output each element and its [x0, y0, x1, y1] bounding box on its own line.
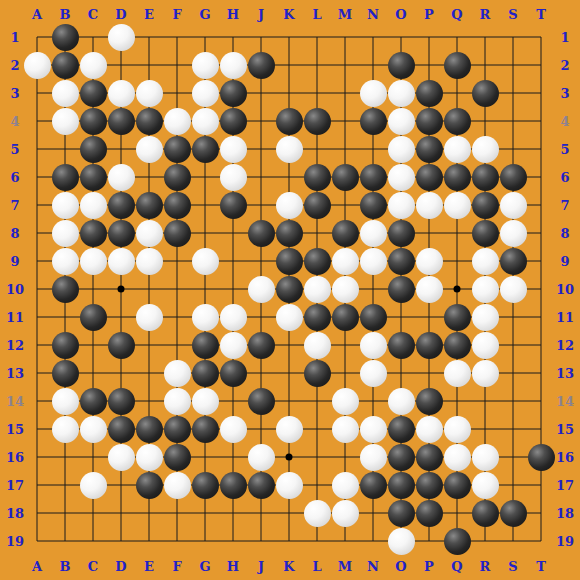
white-stone [136, 304, 163, 331]
white-stone [500, 220, 527, 247]
col-label-bottom: S [508, 560, 517, 573]
row-label-right: 8 [560, 227, 569, 240]
black-stone [52, 24, 79, 51]
white-stone [276, 304, 303, 331]
black-stone [388, 472, 415, 499]
black-stone [360, 192, 387, 219]
col-label-bottom: G [199, 560, 210, 573]
white-stone [108, 444, 135, 471]
white-stone [52, 416, 79, 443]
white-stone [24, 52, 51, 79]
white-stone [416, 248, 443, 275]
row-label-left: 19 [6, 535, 24, 548]
white-stone [80, 416, 107, 443]
black-stone [416, 500, 443, 527]
black-stone [164, 192, 191, 219]
black-stone [360, 304, 387, 331]
white-stone [136, 248, 163, 275]
black-stone [192, 332, 219, 359]
black-stone [192, 136, 219, 163]
white-stone [360, 332, 387, 359]
black-stone [416, 388, 443, 415]
col-label-top: H [227, 8, 239, 21]
col-label-top: D [115, 8, 126, 21]
black-stone [52, 276, 79, 303]
black-stone [248, 220, 275, 247]
black-stone [444, 332, 471, 359]
black-stone [304, 248, 331, 275]
black-stone [444, 164, 471, 191]
black-stone [444, 472, 471, 499]
black-stone [52, 164, 79, 191]
black-stone [388, 220, 415, 247]
white-stone [472, 472, 499, 499]
black-stone [304, 108, 331, 135]
white-stone [472, 360, 499, 387]
white-stone [136, 444, 163, 471]
black-stone [164, 416, 191, 443]
white-stone [472, 304, 499, 331]
white-stone [332, 248, 359, 275]
black-stone [388, 52, 415, 79]
row-label-left: 8 [10, 227, 19, 240]
white-stone [220, 416, 247, 443]
black-stone [528, 444, 555, 471]
black-stone [220, 108, 247, 135]
black-stone [248, 388, 275, 415]
row-label-right: 19 [556, 535, 574, 548]
col-label-top: B [60, 8, 71, 21]
white-stone [220, 164, 247, 191]
black-stone [136, 416, 163, 443]
black-stone [108, 388, 135, 415]
col-label-bottom: F [172, 560, 181, 573]
white-stone [472, 444, 499, 471]
white-stone [276, 416, 303, 443]
black-stone [360, 164, 387, 191]
black-stone [52, 360, 79, 387]
white-stone [276, 136, 303, 163]
black-stone [500, 500, 527, 527]
black-stone [192, 360, 219, 387]
row-label-right: 5 [560, 143, 569, 156]
black-stone [304, 304, 331, 331]
white-stone [108, 164, 135, 191]
row-label-right: 9 [560, 255, 569, 268]
black-stone [444, 528, 471, 555]
row-label-left: 5 [10, 143, 19, 156]
black-stone [416, 472, 443, 499]
row-label-left: 2 [10, 59, 19, 72]
row-label-left: 4 [10, 115, 19, 128]
black-stone [192, 472, 219, 499]
black-stone [220, 472, 247, 499]
row-label-left: 7 [10, 199, 19, 212]
col-label-bottom: K [283, 560, 294, 573]
black-stone [80, 388, 107, 415]
black-stone [500, 164, 527, 191]
black-stone [220, 360, 247, 387]
white-stone [360, 220, 387, 247]
white-stone [192, 304, 219, 331]
white-stone [164, 108, 191, 135]
black-stone [276, 220, 303, 247]
black-stone [416, 444, 443, 471]
black-stone [108, 416, 135, 443]
black-stone [416, 136, 443, 163]
row-label-left: 17 [6, 479, 24, 492]
col-label-top: C [88, 8, 98, 21]
white-stone [80, 248, 107, 275]
col-label-top: R [480, 8, 491, 21]
white-stone [136, 136, 163, 163]
white-stone [332, 500, 359, 527]
white-stone [304, 332, 331, 359]
white-stone [80, 52, 107, 79]
col-label-bottom: C [88, 560, 98, 573]
black-stone [164, 444, 191, 471]
black-stone [416, 80, 443, 107]
row-label-right: 13 [556, 367, 574, 380]
col-label-top: P [424, 8, 434, 21]
col-label-bottom: N [367, 560, 379, 573]
white-stone [80, 192, 107, 219]
hoshi-point [454, 286, 461, 293]
row-label-right: 15 [556, 423, 574, 436]
white-stone [108, 24, 135, 51]
row-label-left: 14 [6, 395, 24, 408]
black-stone [416, 108, 443, 135]
black-stone [444, 304, 471, 331]
black-stone [360, 108, 387, 135]
black-stone [360, 472, 387, 499]
row-label-right: 10 [556, 283, 574, 296]
row-label-left: 15 [6, 423, 24, 436]
black-stone [472, 164, 499, 191]
white-stone [192, 248, 219, 275]
col-label-top: F [172, 8, 181, 21]
white-stone [472, 332, 499, 359]
white-stone [360, 416, 387, 443]
white-stone [304, 276, 331, 303]
black-stone [332, 304, 359, 331]
white-stone [444, 444, 471, 471]
col-label-bottom: O [395, 560, 406, 573]
col-label-top: A [32, 8, 42, 21]
white-stone [248, 444, 275, 471]
white-stone [164, 472, 191, 499]
row-label-right: 3 [560, 87, 569, 100]
black-stone [472, 220, 499, 247]
row-label-left: 11 [6, 311, 24, 324]
white-stone [332, 472, 359, 499]
black-stone [108, 192, 135, 219]
black-stone [80, 304, 107, 331]
black-stone [304, 192, 331, 219]
col-label-top: G [199, 8, 210, 21]
white-stone [360, 444, 387, 471]
black-stone [108, 332, 135, 359]
black-stone [80, 164, 107, 191]
white-stone [220, 304, 247, 331]
white-stone [500, 276, 527, 303]
col-label-bottom: R [480, 560, 491, 573]
col-label-bottom: M [338, 560, 352, 573]
white-stone [388, 388, 415, 415]
col-label-top: O [395, 8, 406, 21]
white-stone [500, 192, 527, 219]
col-label-top: J [258, 8, 264, 21]
black-stone [276, 108, 303, 135]
col-label-bottom: D [115, 560, 126, 573]
row-label-left: 10 [6, 283, 24, 296]
black-stone [164, 220, 191, 247]
hoshi-point [286, 454, 293, 461]
black-stone [388, 276, 415, 303]
black-stone [472, 80, 499, 107]
col-label-bottom: Q [451, 560, 462, 573]
col-label-top: T [536, 8, 546, 21]
white-stone [192, 108, 219, 135]
row-label-left: 3 [10, 87, 19, 100]
row-label-right: 11 [556, 311, 574, 324]
go-board[interactable]: AABBCCDDEEFFGGHHJJKKLLMMNNOOPPQQRRSSTT11… [0, 0, 580, 580]
row-label-left: 1 [10, 31, 19, 44]
white-stone [52, 388, 79, 415]
black-stone [276, 248, 303, 275]
col-label-bottom: J [258, 560, 264, 573]
row-label-left: 9 [10, 255, 19, 268]
row-label-right: 1 [560, 31, 569, 44]
col-label-bottom: T [536, 560, 546, 573]
white-stone [52, 192, 79, 219]
black-stone [164, 136, 191, 163]
white-stone [444, 360, 471, 387]
white-stone [248, 276, 275, 303]
white-stone [444, 416, 471, 443]
black-stone [444, 108, 471, 135]
black-stone [500, 248, 527, 275]
black-stone [416, 332, 443, 359]
black-stone [304, 360, 331, 387]
black-stone [248, 472, 275, 499]
row-label-right: 2 [560, 59, 569, 72]
row-label-right: 18 [556, 507, 574, 520]
black-stone [108, 108, 135, 135]
row-label-left: 18 [6, 507, 24, 520]
white-stone [276, 192, 303, 219]
row-label-right: 14 [556, 395, 574, 408]
white-stone [164, 388, 191, 415]
col-label-bottom: A [32, 560, 42, 573]
black-stone [136, 472, 163, 499]
col-label-bottom: E [144, 560, 154, 573]
black-stone [472, 192, 499, 219]
white-stone [136, 220, 163, 247]
black-stone [136, 108, 163, 135]
white-stone [304, 500, 331, 527]
white-stone [52, 248, 79, 275]
row-label-left: 16 [6, 451, 24, 464]
black-stone [248, 332, 275, 359]
black-stone [220, 80, 247, 107]
row-label-right: 16 [556, 451, 574, 464]
white-stone [220, 136, 247, 163]
white-stone [108, 248, 135, 275]
white-stone [52, 220, 79, 247]
white-stone [416, 276, 443, 303]
black-stone [220, 192, 247, 219]
white-stone [192, 80, 219, 107]
white-stone [332, 416, 359, 443]
white-stone [472, 248, 499, 275]
white-stone [472, 276, 499, 303]
white-stone [388, 164, 415, 191]
row-label-left: 12 [6, 339, 24, 352]
black-stone [192, 416, 219, 443]
white-stone [192, 388, 219, 415]
black-stone [52, 52, 79, 79]
black-stone [332, 164, 359, 191]
white-stone [388, 528, 415, 555]
white-stone [52, 80, 79, 107]
col-label-bottom: L [312, 560, 321, 573]
black-stone [136, 192, 163, 219]
white-stone [388, 108, 415, 135]
black-stone [332, 220, 359, 247]
white-stone [332, 276, 359, 303]
black-stone [80, 220, 107, 247]
row-label-right: 4 [560, 115, 569, 128]
col-label-bottom: B [60, 560, 71, 573]
black-stone [388, 444, 415, 471]
col-label-top: Q [451, 8, 462, 21]
white-stone [416, 416, 443, 443]
white-stone [52, 108, 79, 135]
col-label-top: E [144, 8, 154, 21]
black-stone [388, 500, 415, 527]
white-stone [164, 360, 191, 387]
hoshi-point [118, 286, 125, 293]
white-stone [444, 192, 471, 219]
col-label-top: K [283, 8, 294, 21]
black-stone [80, 136, 107, 163]
black-stone [248, 52, 275, 79]
row-label-right: 12 [556, 339, 574, 352]
row-label-right: 6 [560, 171, 569, 184]
row-label-right: 7 [560, 199, 569, 212]
white-stone [360, 360, 387, 387]
black-stone [388, 332, 415, 359]
col-label-top: M [338, 8, 352, 21]
white-stone [416, 192, 443, 219]
white-stone [192, 52, 219, 79]
white-stone [136, 80, 163, 107]
white-stone [444, 136, 471, 163]
white-stone [388, 136, 415, 163]
black-stone [108, 220, 135, 247]
white-stone [108, 80, 135, 107]
white-stone [220, 52, 247, 79]
black-stone [416, 164, 443, 191]
black-stone [276, 276, 303, 303]
col-label-top: L [312, 8, 321, 21]
black-stone [164, 164, 191, 191]
black-stone [304, 164, 331, 191]
black-stone [388, 248, 415, 275]
col-label-top: N [367, 8, 379, 21]
white-stone [80, 472, 107, 499]
col-label-top: S [508, 8, 517, 21]
white-stone [472, 136, 499, 163]
black-stone [388, 416, 415, 443]
white-stone [388, 80, 415, 107]
white-stone [332, 388, 359, 415]
black-stone [52, 332, 79, 359]
row-label-left: 6 [10, 171, 19, 184]
white-stone [360, 80, 387, 107]
col-label-bottom: H [227, 560, 239, 573]
white-stone [360, 248, 387, 275]
black-stone [472, 500, 499, 527]
row-label-left: 13 [6, 367, 24, 380]
white-stone [220, 332, 247, 359]
black-stone [80, 108, 107, 135]
white-stone [388, 192, 415, 219]
row-label-right: 17 [556, 479, 574, 492]
col-label-bottom: P [424, 560, 434, 573]
black-stone [80, 80, 107, 107]
black-stone [444, 52, 471, 79]
white-stone [276, 472, 303, 499]
